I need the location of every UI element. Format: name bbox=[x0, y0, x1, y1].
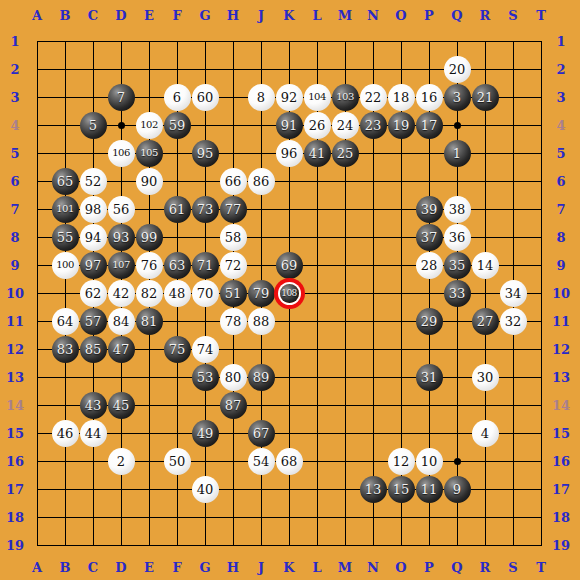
coord-label-O: O bbox=[387, 4, 415, 26]
stone-J16: 54 bbox=[248, 448, 275, 475]
stone-O3: 18 bbox=[388, 84, 415, 111]
coord-label-H: H bbox=[219, 4, 247, 26]
stone-F7: 61 bbox=[164, 196, 191, 223]
stone-Q10: 33 bbox=[444, 280, 471, 307]
stone-J15: 67 bbox=[248, 420, 275, 447]
go-board-screen: ABCDEFGHJKLMNOPQRST ABCDEFGHJKLMNOPQRST … bbox=[0, 0, 580, 580]
stone-L3: 104 bbox=[304, 84, 331, 111]
coord-label-L: L bbox=[303, 4, 331, 26]
stone-M5: 25 bbox=[332, 140, 359, 167]
stone-B12: 83 bbox=[52, 336, 79, 363]
stone-Q17: 9 bbox=[444, 476, 471, 503]
coord-label-F: F bbox=[163, 556, 191, 578]
stone-R13: 30 bbox=[472, 364, 499, 391]
stone-F16: 50 bbox=[164, 448, 191, 475]
stone-K5: 96 bbox=[276, 140, 303, 167]
coord-label-N: N bbox=[359, 556, 387, 578]
stone-N17: 13 bbox=[360, 476, 387, 503]
stone-P8: 37 bbox=[416, 224, 443, 251]
stone-J13: 89 bbox=[248, 364, 275, 391]
stone-Q3: 3 bbox=[444, 84, 471, 111]
coord-label-R: R bbox=[471, 556, 499, 578]
stone-J6: 86 bbox=[248, 168, 275, 195]
coord-label-Q: Q bbox=[443, 4, 471, 26]
stone-J11: 88 bbox=[248, 308, 275, 335]
stone-F10: 48 bbox=[164, 280, 191, 307]
stone-Q9: 35 bbox=[444, 252, 471, 279]
coord-label-A: A bbox=[23, 4, 51, 26]
coord-label-T: T bbox=[527, 4, 555, 26]
stone-C10: 62 bbox=[80, 280, 107, 307]
stone-C8: 94 bbox=[80, 224, 107, 251]
coord-label-L: L bbox=[303, 556, 331, 578]
stone-E11: 81 bbox=[136, 308, 163, 335]
coord-labels-bottom: ABCDEFGHJKLMNOPQRST bbox=[23, 556, 555, 578]
stone-O16: 12 bbox=[388, 448, 415, 475]
coord-label-D: D bbox=[107, 556, 135, 578]
stone-K4: 91 bbox=[276, 112, 303, 139]
coord-label-B: B bbox=[51, 556, 79, 578]
stone-G5: 95 bbox=[192, 140, 219, 167]
coord-label-D: D bbox=[107, 4, 135, 26]
stone-H10: 51 bbox=[220, 280, 247, 307]
stone-B8: 55 bbox=[52, 224, 79, 251]
stone-C6: 52 bbox=[80, 168, 107, 195]
stone-D5: 106 bbox=[108, 140, 135, 167]
stone-R15: 4 bbox=[472, 420, 499, 447]
coord-label-B: B bbox=[51, 4, 79, 26]
stone-K3: 92 bbox=[276, 84, 303, 111]
stone-Q2: 20 bbox=[444, 56, 471, 83]
coord-label-J: J bbox=[247, 4, 275, 26]
stone-F3: 6 bbox=[164, 84, 191, 111]
stone-G15: 49 bbox=[192, 420, 219, 447]
stone-H8: 58 bbox=[220, 224, 247, 251]
stone-S11: 32 bbox=[500, 308, 527, 335]
coord-label-T: T bbox=[527, 556, 555, 578]
stone-H11: 78 bbox=[220, 308, 247, 335]
stone-H9: 72 bbox=[220, 252, 247, 279]
stone-C4: 5 bbox=[80, 112, 107, 139]
stone-G12: 74 bbox=[192, 336, 219, 363]
stone-Q8: 36 bbox=[444, 224, 471, 251]
stone-F4: 59 bbox=[164, 112, 191, 139]
stone-B6: 65 bbox=[52, 168, 79, 195]
stone-B11: 64 bbox=[52, 308, 79, 335]
stone-J10: 79 bbox=[248, 280, 275, 307]
stone-C7: 98 bbox=[80, 196, 107, 223]
stone-K10-last-move: 108 bbox=[280, 284, 299, 303]
stone-C12: 85 bbox=[80, 336, 107, 363]
stone-G3: 60 bbox=[192, 84, 219, 111]
stone-R11: 27 bbox=[472, 308, 499, 335]
coord-label-E: E bbox=[135, 4, 163, 26]
stone-P4: 17 bbox=[416, 112, 443, 139]
coord-label-N: N bbox=[359, 4, 387, 26]
stone-D12: 47 bbox=[108, 336, 135, 363]
stone-E6: 90 bbox=[136, 168, 163, 195]
stone-P11: 29 bbox=[416, 308, 443, 335]
stone-E8: 99 bbox=[136, 224, 163, 251]
coord-label-P: P bbox=[415, 4, 443, 26]
stone-K9: 69 bbox=[276, 252, 303, 279]
stone-G7: 73 bbox=[192, 196, 219, 223]
stone-H14: 87 bbox=[220, 392, 247, 419]
coord-label-C: C bbox=[79, 556, 107, 578]
stone-C9: 97 bbox=[80, 252, 107, 279]
go-board[interactable]: 1234567891011121314151617181920212223242… bbox=[23, 27, 555, 559]
stone-G10: 70 bbox=[192, 280, 219, 307]
stone-F9: 63 bbox=[164, 252, 191, 279]
stone-S10: 34 bbox=[500, 280, 527, 307]
stone-C11: 57 bbox=[80, 308, 107, 335]
stone-Q5: 1 bbox=[444, 140, 471, 167]
stone-G13: 53 bbox=[192, 364, 219, 391]
coord-label-J: J bbox=[247, 556, 275, 578]
coord-label-A: A bbox=[23, 556, 51, 578]
stone-O4: 19 bbox=[388, 112, 415, 139]
stone-C14: 43 bbox=[80, 392, 107, 419]
stone-M4: 24 bbox=[332, 112, 359, 139]
stone-P16: 10 bbox=[416, 448, 443, 475]
coord-label-P: P bbox=[415, 556, 443, 578]
coord-label-H: H bbox=[219, 556, 247, 578]
stone-B9: 100 bbox=[52, 252, 79, 279]
stone-O17: 15 bbox=[388, 476, 415, 503]
stone-K16: 68 bbox=[276, 448, 303, 475]
stone-B15: 46 bbox=[52, 420, 79, 447]
stone-E4: 102 bbox=[136, 112, 163, 139]
coord-label-Q: Q bbox=[443, 556, 471, 578]
coord-label-G: G bbox=[191, 4, 219, 26]
stone-Q7: 38 bbox=[444, 196, 471, 223]
stone-E5: 105 bbox=[136, 140, 163, 167]
coord-label-S: S bbox=[499, 4, 527, 26]
stone-B7: 101 bbox=[52, 196, 79, 223]
coord-label-O: O bbox=[387, 556, 415, 578]
stone-E10: 82 bbox=[136, 280, 163, 307]
stone-P3: 16 bbox=[416, 84, 443, 111]
stone-D9: 107 bbox=[108, 252, 135, 279]
stone-G9: 71 bbox=[192, 252, 219, 279]
stone-R9: 14 bbox=[472, 252, 499, 279]
stone-R3: 21 bbox=[472, 84, 499, 111]
stone-N3: 22 bbox=[360, 84, 387, 111]
stone-D8: 93 bbox=[108, 224, 135, 251]
coord-label-C: C bbox=[79, 4, 107, 26]
coord-label-E: E bbox=[135, 556, 163, 578]
stone-G17: 40 bbox=[192, 476, 219, 503]
coord-label-K: K bbox=[275, 556, 303, 578]
stone-D11: 84 bbox=[108, 308, 135, 335]
stone-E9: 76 bbox=[136, 252, 163, 279]
stone-D10: 42 bbox=[108, 280, 135, 307]
stone-M3: 103 bbox=[332, 84, 359, 111]
coord-label-F: F bbox=[163, 4, 191, 26]
stone-P17: 11 bbox=[416, 476, 443, 503]
stone-H6: 66 bbox=[220, 168, 247, 195]
stone-D16: 2 bbox=[108, 448, 135, 475]
stone-P7: 39 bbox=[416, 196, 443, 223]
stone-C15: 44 bbox=[80, 420, 107, 447]
coord-label-S: S bbox=[499, 556, 527, 578]
stone-J3: 8 bbox=[248, 84, 275, 111]
coord-label-M: M bbox=[331, 556, 359, 578]
stone-D7: 56 bbox=[108, 196, 135, 223]
stone-L4: 26 bbox=[304, 112, 331, 139]
stone-P13: 31 bbox=[416, 364, 443, 391]
stone-P9: 28 bbox=[416, 252, 443, 279]
stone-D3: 7 bbox=[108, 84, 135, 111]
stone-H13: 80 bbox=[220, 364, 247, 391]
stone-N4: 23 bbox=[360, 112, 387, 139]
stone-D14: 45 bbox=[108, 392, 135, 419]
stone-F12: 75 bbox=[164, 336, 191, 363]
coord-labels-top: ABCDEFGHJKLMNOPQRST bbox=[23, 4, 555, 26]
stone-L5: 41 bbox=[304, 140, 331, 167]
coord-label-G: G bbox=[191, 556, 219, 578]
coord-label-K: K bbox=[275, 4, 303, 26]
coord-label-R: R bbox=[471, 4, 499, 26]
coord-label-M: M bbox=[331, 4, 359, 26]
stone-H7: 77 bbox=[220, 196, 247, 223]
